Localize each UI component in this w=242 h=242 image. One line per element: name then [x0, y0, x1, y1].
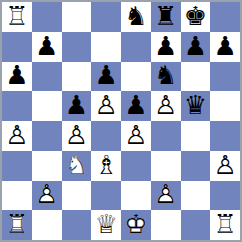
square-b1[interactable]	[32, 210, 62, 240]
piece-white-rook: ♜♖	[2, 210, 32, 240]
square-h5[interactable]	[210, 91, 240, 121]
square-f8[interactable]: ♜	[151, 2, 181, 32]
square-e4[interactable]: ♟♙	[121, 121, 151, 151]
square-d7[interactable]	[91, 32, 121, 62]
piece-white-queen: ♛♕	[91, 210, 121, 240]
square-b3[interactable]	[32, 151, 62, 181]
square-h8[interactable]	[210, 2, 240, 32]
piece-black-knight: ♞	[121, 2, 151, 32]
square-f1[interactable]	[151, 210, 181, 240]
square-a5[interactable]	[2, 91, 32, 121]
square-g7[interactable]: ♟	[181, 32, 211, 62]
square-b2[interactable]: ♟♙	[32, 181, 62, 211]
square-f2[interactable]: ♟♙	[151, 181, 181, 211]
piece-white-pawn: ♟♙	[210, 151, 240, 181]
square-c8[interactable]	[62, 2, 92, 32]
piece-white-pawn: ♟♙	[91, 91, 121, 121]
piece-white-pawn: ♟♙	[151, 181, 181, 211]
square-e6[interactable]	[121, 62, 151, 92]
square-a2[interactable]	[2, 181, 32, 211]
square-h1[interactable]: ♜♖	[210, 210, 240, 240]
piece-black-rook: ♜	[151, 2, 181, 32]
square-b4[interactable]	[32, 121, 62, 151]
square-e5[interactable]: ♟	[121, 91, 151, 121]
piece-white-knight: ♞♘	[62, 151, 92, 181]
square-a7[interactable]	[2, 32, 32, 62]
square-g2[interactable]	[181, 181, 211, 211]
square-a4[interactable]: ♟♙	[2, 121, 32, 151]
square-b6[interactable]	[32, 62, 62, 92]
square-d8[interactable]	[91, 2, 121, 32]
square-d3[interactable]: ♝♗	[91, 151, 121, 181]
square-e7[interactable]	[121, 32, 151, 62]
piece-white-pawn: ♟♙	[151, 91, 181, 121]
square-f6[interactable]: ♞	[151, 62, 181, 92]
square-f4[interactable]	[151, 121, 181, 151]
square-g6[interactable]	[181, 62, 211, 92]
square-f3[interactable]	[151, 151, 181, 181]
square-f5[interactable]: ♟♙	[151, 91, 181, 121]
square-h7[interactable]: ♟	[210, 32, 240, 62]
piece-black-king: ♚	[181, 2, 211, 32]
square-a8[interactable]: ♜♖	[2, 2, 32, 32]
piece-black-pawn: ♟	[62, 91, 92, 121]
square-d5[interactable]: ♟♙	[91, 91, 121, 121]
piece-black-pawn: ♟	[151, 32, 181, 62]
square-e2[interactable]	[121, 181, 151, 211]
square-f7[interactable]: ♟	[151, 32, 181, 62]
square-g8[interactable]: ♚	[181, 2, 211, 32]
square-h2[interactable]	[210, 181, 240, 211]
square-g3[interactable]	[181, 151, 211, 181]
piece-white-pawn: ♟♙	[121, 121, 151, 151]
piece-white-bishop: ♝♗	[91, 151, 121, 181]
square-h3[interactable]: ♟♙	[210, 151, 240, 181]
square-e8[interactable]: ♞	[121, 2, 151, 32]
square-c4[interactable]: ♟♙	[62, 121, 92, 151]
square-h4[interactable]	[210, 121, 240, 151]
piece-white-rook: ♜♖	[210, 210, 240, 240]
chess-board: ♜♖♞♜♚♟♟♟♟♟♟♞♟♟♙♟♟♙♛♟♙♟♙♟♙♞♘♝♗♟♙♟♙♟♙♜♖♛♕♚…	[0, 0, 242, 242]
square-b8[interactable]	[32, 2, 62, 32]
square-d6[interactable]: ♟	[91, 62, 121, 92]
square-e1[interactable]: ♚♔	[121, 210, 151, 240]
square-g4[interactable]	[181, 121, 211, 151]
square-d1[interactable]: ♛♕	[91, 210, 121, 240]
square-g5[interactable]: ♛	[181, 91, 211, 121]
piece-black-queen: ♛	[181, 91, 211, 121]
square-c1[interactable]	[62, 210, 92, 240]
square-c5[interactable]: ♟	[62, 91, 92, 121]
square-a1[interactable]: ♜♖	[2, 210, 32, 240]
piece-black-pawn: ♟	[32, 32, 62, 62]
square-a6[interactable]: ♟	[2, 62, 32, 92]
piece-black-pawn: ♟	[210, 32, 240, 62]
square-d4[interactable]	[91, 121, 121, 151]
piece-white-pawn: ♟♙	[2, 121, 32, 151]
square-g1[interactable]	[181, 210, 211, 240]
piece-black-pawn: ♟	[121, 91, 151, 121]
piece-white-pawn: ♟♙	[62, 121, 92, 151]
square-d2[interactable]	[91, 181, 121, 211]
piece-white-pawn: ♟♙	[32, 181, 62, 211]
square-c7[interactable]	[62, 32, 92, 62]
square-b5[interactable]	[32, 91, 62, 121]
square-b7[interactable]: ♟	[32, 32, 62, 62]
square-c6[interactable]	[62, 62, 92, 92]
piece-black-pawn: ♟	[181, 32, 211, 62]
piece-black-pawn: ♟	[2, 62, 32, 92]
square-c3[interactable]: ♞♘	[62, 151, 92, 181]
square-h6[interactable]	[210, 62, 240, 92]
square-c2[interactable]	[62, 181, 92, 211]
piece-black-knight: ♞	[151, 62, 181, 92]
piece-white-king: ♚♔	[121, 210, 151, 240]
square-a3[interactable]	[2, 151, 32, 181]
piece-white-rook: ♜♖	[2, 2, 32, 32]
square-e3[interactable]	[121, 151, 151, 181]
piece-black-pawn: ♟	[91, 62, 121, 92]
